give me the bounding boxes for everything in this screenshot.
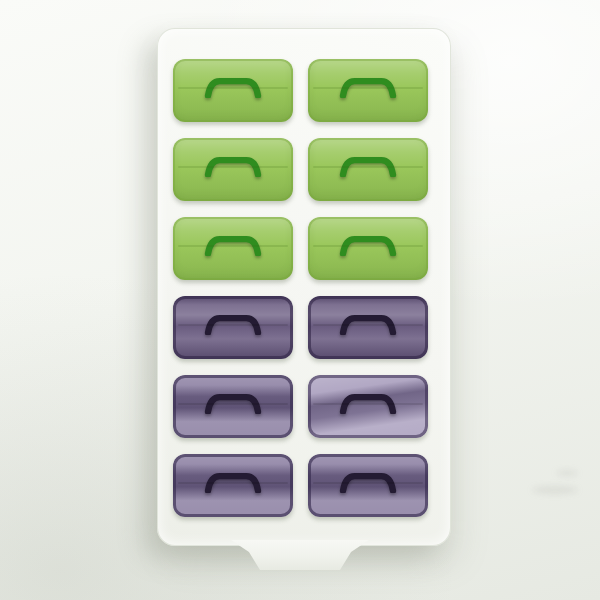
tray-lid-r5c2 — [308, 375, 428, 438]
lid-handle — [204, 77, 262, 98]
lid-handle — [339, 472, 397, 493]
tray-lid-r5c1 — [173, 375, 293, 438]
lid-handle — [204, 235, 262, 256]
lid-handle — [204, 393, 262, 414]
lid-handle — [204, 472, 262, 493]
tray-lid-r2c2 — [308, 138, 428, 201]
tray-lid-r1c2 — [308, 59, 428, 122]
lid-handle — [339, 235, 397, 256]
lid-handle — [339, 156, 397, 177]
tray-lid-r4c1 — [173, 296, 293, 359]
background-smudge — [532, 486, 578, 494]
tray-bottom-tab — [231, 540, 369, 570]
tray-lid-r1c1 — [173, 59, 293, 122]
photo-background — [0, 0, 600, 600]
tray-lid-r4c2 — [308, 296, 428, 359]
lid-handle — [339, 77, 397, 98]
tray-lid-r2c1 — [173, 138, 293, 201]
tray-lid-r6c2 — [308, 454, 428, 517]
tray-lid-r6c1 — [173, 454, 293, 517]
tray-lid-r3c2 — [308, 217, 428, 280]
tray-grid — [158, 29, 428, 517]
lid-handle — [204, 156, 262, 177]
ice-cube-tray — [157, 28, 451, 546]
background-smudge — [556, 470, 578, 476]
lid-handle — [339, 314, 397, 335]
lid-handle — [204, 314, 262, 335]
tray-lid-r3c1 — [173, 217, 293, 280]
lid-handle — [339, 393, 397, 414]
